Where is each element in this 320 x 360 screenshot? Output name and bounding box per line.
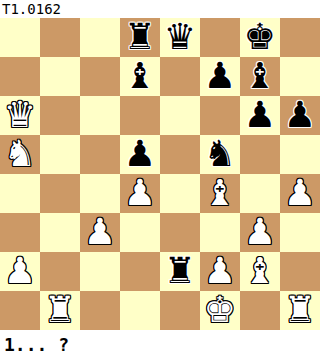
square-d5: ♟ — [120, 135, 160, 174]
square-b1: ♜ — [40, 291, 80, 330]
square-d6 — [120, 96, 160, 135]
square-h5 — [280, 135, 320, 174]
chess-board: ♜♛♚♝♟♝♛♟♟♞♟♞♟♝♟♟♟♟♜♟♝♜♚♜ — [0, 18, 320, 330]
square-c3: ♟ — [80, 213, 120, 252]
square-c5 — [80, 135, 120, 174]
square-c1 — [80, 291, 120, 330]
white-pawn: ♟ — [284, 174, 316, 212]
square-a8 — [0, 18, 40, 57]
square-d1 — [120, 291, 160, 330]
white-pawn: ♟ — [204, 252, 236, 290]
white-pawn: ♟ — [124, 174, 156, 212]
black-pawn: ♟ — [124, 135, 156, 173]
square-d2 — [120, 252, 160, 291]
square-a2: ♟ — [0, 252, 40, 291]
square-e3 — [160, 213, 200, 252]
square-e6 — [160, 96, 200, 135]
square-g1 — [240, 291, 280, 330]
square-h3 — [280, 213, 320, 252]
square-c6 — [80, 96, 120, 135]
black-queen: ♛ — [164, 18, 196, 56]
square-h4: ♟ — [280, 174, 320, 213]
diagram-title: T1.0162 — [0, 0, 320, 18]
square-d4: ♟ — [120, 174, 160, 213]
square-f2: ♟ — [200, 252, 240, 291]
square-f6 — [200, 96, 240, 135]
square-a3 — [0, 213, 40, 252]
square-a6: ♛ — [0, 96, 40, 135]
white-pawn: ♟ — [244, 213, 276, 251]
move-prompt: 1... ? — [0, 330, 320, 360]
square-g7: ♝ — [240, 57, 280, 96]
square-f4: ♝ — [200, 174, 240, 213]
square-h7 — [280, 57, 320, 96]
black-pawn: ♟ — [244, 96, 276, 134]
square-b5 — [40, 135, 80, 174]
black-pawn: ♟ — [204, 57, 236, 95]
square-b4 — [40, 174, 80, 213]
square-h1: ♜ — [280, 291, 320, 330]
white-knight: ♞ — [4, 135, 36, 173]
square-f5: ♞ — [200, 135, 240, 174]
square-b7 — [40, 57, 80, 96]
white-queen: ♛ — [4, 96, 36, 134]
square-b3 — [40, 213, 80, 252]
square-f1: ♚ — [200, 291, 240, 330]
white-rook: ♜ — [44, 291, 76, 329]
square-a1 — [0, 291, 40, 330]
square-d8: ♜ — [120, 18, 160, 57]
white-bishop: ♝ — [244, 252, 276, 290]
square-g2: ♝ — [240, 252, 280, 291]
square-f7: ♟ — [200, 57, 240, 96]
square-h2 — [280, 252, 320, 291]
square-b8 — [40, 18, 80, 57]
white-pawn: ♟ — [84, 213, 116, 251]
square-a5: ♞ — [0, 135, 40, 174]
square-e2: ♜ — [160, 252, 200, 291]
white-rook: ♜ — [284, 291, 316, 329]
square-e5 — [160, 135, 200, 174]
square-f8 — [200, 18, 240, 57]
black-bishop: ♝ — [124, 57, 156, 95]
square-e1 — [160, 291, 200, 330]
square-e4 — [160, 174, 200, 213]
black-knight: ♞ — [204, 135, 236, 173]
square-h8 — [280, 18, 320, 57]
square-g5 — [240, 135, 280, 174]
black-king: ♚ — [244, 18, 276, 56]
square-c8 — [80, 18, 120, 57]
square-d3 — [120, 213, 160, 252]
white-bishop: ♝ — [204, 174, 236, 212]
square-h6: ♟ — [280, 96, 320, 135]
black-rook: ♜ — [164, 252, 196, 290]
square-c4 — [80, 174, 120, 213]
square-g6: ♟ — [240, 96, 280, 135]
white-king: ♚ — [204, 291, 236, 329]
square-f3 — [200, 213, 240, 252]
black-bishop: ♝ — [244, 57, 276, 95]
square-g4 — [240, 174, 280, 213]
square-g3: ♟ — [240, 213, 280, 252]
white-pawn: ♟ — [4, 252, 36, 290]
square-e7 — [160, 57, 200, 96]
square-c2 — [80, 252, 120, 291]
square-b2 — [40, 252, 80, 291]
square-a4 — [0, 174, 40, 213]
square-g8: ♚ — [240, 18, 280, 57]
black-rook: ♜ — [124, 18, 156, 56]
square-d7: ♝ — [120, 57, 160, 96]
square-c7 — [80, 57, 120, 96]
square-e8: ♛ — [160, 18, 200, 57]
black-pawn: ♟ — [284, 96, 316, 134]
square-a7 — [0, 57, 40, 96]
square-b6 — [40, 96, 80, 135]
